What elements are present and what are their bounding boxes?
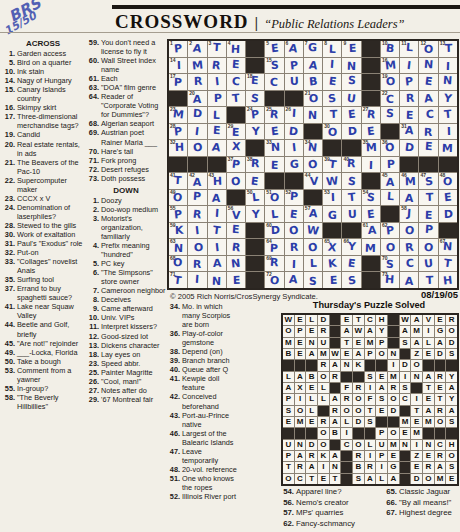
grid-cell[interactable]: 44V	[304, 173, 322, 189]
grid-cell[interactable]: E	[208, 124, 226, 140]
across-label: ACROSS	[2, 39, 84, 48]
cell-letter: E	[437, 316, 442, 324]
grid-cell[interactable]: 2A	[188, 41, 206, 57]
grid-cell[interactable]: 24P	[246, 107, 264, 123]
main-puzzle-grid[interactable]: 1P2A3T4H5E6A7G8L9E10B11L12O13T14IMRE15SP…	[167, 39, 459, 290]
grid-cell[interactable]: O	[188, 140, 206, 156]
grid-cell[interactable]: E	[265, 124, 283, 140]
grid-cell[interactable]: M	[362, 239, 380, 255]
clue-text: "The Simpsons" store owner	[101, 268, 166, 286]
grid-cell[interactable]: 70S	[381, 256, 399, 272]
grid-cell[interactable]: 41T	[169, 173, 187, 189]
grid-cell[interactable]: 6A	[285, 41, 303, 57]
grid-cell[interactable]: I	[208, 239, 226, 255]
grid-cell[interactable]: 20A	[188, 91, 206, 107]
cell-letter: M	[365, 242, 376, 253]
grid-cell[interactable]: A	[400, 272, 418, 288]
grid-cell[interactable]: 51O	[265, 190, 283, 206]
grid-cell[interactable]: 65X	[323, 239, 341, 255]
black-cell	[295, 428, 306, 438]
clue-text: Take a bough	[17, 357, 84, 366]
grid-cell[interactable]: 50L	[246, 190, 264, 206]
grid-cell[interactable]: D	[400, 140, 418, 156]
cell-letter: G	[437, 327, 443, 335]
black-cell	[265, 91, 283, 107]
cell-number: 58	[401, 206, 407, 211]
grid-cell: A	[341, 326, 352, 336]
grid-cell[interactable]: E	[265, 157, 283, 173]
clue-text: You don't need a license to fly it	[101, 38, 166, 56]
cell-letter: M	[390, 441, 397, 449]
cell-letter: U	[348, 208, 357, 219]
grid-cell[interactable]: P	[400, 74, 418, 90]
grid-cell[interactable]: 33N	[265, 140, 283, 156]
grid-cell[interactable]: L	[208, 107, 226, 123]
black-cell	[246, 239, 264, 255]
cell-letter: W	[401, 316, 409, 324]
cell-letter: A	[289, 43, 299, 55]
grid-cell[interactable]: N	[439, 74, 457, 90]
cell-letter: O	[173, 257, 183, 269]
grid-cell: Y	[446, 394, 457, 404]
cell-letter: C	[344, 441, 350, 449]
grid-cell[interactable]: 40R	[342, 157, 360, 173]
black-cell	[169, 157, 187, 173]
grid-cell[interactable]: I	[400, 58, 418, 74]
cell-letter: M	[437, 475, 444, 483]
cell-letter: O	[423, 241, 434, 253]
grid-cell[interactable]: W	[323, 173, 341, 189]
grid-cell[interactable]: D	[342, 124, 360, 140]
black-cell	[400, 474, 411, 484]
grid-cell[interactable]: C	[400, 256, 418, 272]
grid-cell[interactable]: E	[362, 124, 380, 140]
grid-cell[interactable]: G	[285, 157, 303, 173]
grid-cell[interactable]: S	[246, 91, 264, 107]
clue-number: 58.	[2, 393, 15, 411]
grid-cell: E	[295, 315, 306, 325]
grid-cell[interactable]: R	[208, 58, 226, 74]
grid-cell[interactable]: I	[439, 124, 457, 140]
grid-cell: B	[283, 349, 294, 359]
grid-cell[interactable]: P	[285, 58, 303, 74]
cell-letter: E	[426, 395, 431, 403]
grid-cell[interactable]: A	[419, 91, 437, 107]
cell-letter: C	[425, 109, 433, 120]
cell-letter: A	[297, 373, 303, 381]
grid-cell[interactable]: 4H	[227, 41, 245, 57]
grid-cell[interactable]: U	[342, 206, 360, 222]
grid-cell[interactable]: P	[381, 157, 399, 173]
grid-cell[interactable]: A	[208, 190, 226, 206]
grid-cell: E	[446, 474, 457, 484]
grid-cell[interactable]: 23M	[169, 107, 187, 123]
grid-cell: I	[295, 394, 306, 404]
grid-cell[interactable]: E	[419, 206, 437, 222]
grid-cell[interactable]: T	[419, 272, 437, 288]
grid-cell: O	[295, 406, 306, 416]
grid-cell[interactable]: A	[285, 272, 303, 288]
clue-text: Prefix meaning "hundred"	[101, 241, 166, 259]
grid-cell: D	[411, 474, 422, 484]
cell-letter: R	[332, 373, 338, 381]
grid-cell[interactable]: 35M	[362, 140, 380, 156]
grid-cell[interactable]: 25R	[265, 107, 283, 123]
grid-cell[interactable]: C	[419, 107, 437, 123]
grid-cell[interactable]: S	[342, 173, 360, 189]
clue-text: Each	[101, 74, 166, 83]
grid-cell[interactable]: N	[304, 107, 322, 123]
grid-cell[interactable]: B	[304, 74, 322, 90]
grid-cell[interactable]: 58J	[400, 206, 418, 222]
grid-cell[interactable]: T	[342, 190, 360, 206]
grid-cell[interactable]: 49O	[169, 190, 187, 206]
cell-letter: P	[174, 77, 182, 88]
clue-text: "Collages" novelist Anais	[17, 257, 84, 275]
grid-cell[interactable]: 18E	[246, 74, 264, 90]
puzzle-date: 08/19/05	[421, 289, 458, 300]
grid-cell[interactable]: E	[285, 206, 303, 222]
grid-cell[interactable]: 63N	[169, 239, 187, 255]
grid-cell[interactable]: 26I	[285, 107, 303, 123]
grid-cell[interactable]: 34N	[304, 140, 322, 156]
grid-cell[interactable]: K	[323, 256, 341, 272]
grid-cell[interactable]: E	[246, 173, 264, 189]
grid-cell[interactable]: 31A	[400, 124, 418, 140]
grid-cell[interactable]: R	[400, 239, 418, 255]
grid-cell[interactable]: N	[419, 58, 437, 74]
grid-cell[interactable]: S	[381, 107, 399, 123]
clue-text: Kewpie doll feature	[182, 374, 237, 392]
grid-cell: O	[388, 394, 399, 404]
grid-cell: M	[388, 440, 399, 450]
grid-cell[interactable]: T	[208, 223, 226, 239]
grid-cell[interactable]: T	[439, 256, 457, 272]
cell-letter: O	[355, 441, 361, 449]
grid-cell[interactable]: S	[342, 74, 360, 90]
grid-cell[interactable]: 64P	[265, 239, 283, 255]
grid-cell[interactable]: T	[227, 91, 245, 107]
grid-cell[interactable]: I	[188, 272, 206, 288]
cell-letter: I	[214, 207, 219, 218]
grid-cell[interactable]: O	[304, 157, 322, 173]
grid-cell[interactable]: E	[362, 206, 380, 222]
clue-text: Highest degree	[399, 508, 460, 519]
grid-cell[interactable]: N	[227, 256, 245, 272]
clue-number: 72.	[86, 165, 99, 174]
cell-letter: E	[232, 127, 240, 138]
grid-cell[interactable]: 57A	[304, 206, 322, 222]
grid-cell[interactable]: I	[208, 206, 226, 222]
clue-text: "DOA" film genre	[101, 83, 166, 92]
grid-cell: N	[295, 440, 306, 450]
top-rule	[112, 5, 460, 9]
cell-letter: W	[326, 175, 339, 187]
grid-cell[interactable]: W	[304, 223, 322, 239]
grid-cell[interactable]: A	[208, 140, 226, 156]
grid-cell[interactable]: 30O	[323, 124, 341, 140]
grid-cell: D	[446, 338, 457, 348]
grid-cell: U	[318, 338, 329, 348]
grid-cell[interactable]: L	[304, 256, 322, 272]
grid-cell[interactable]: Y	[439, 91, 457, 107]
grid-cell[interactable]: S	[304, 272, 322, 288]
grid-cell[interactable]: 36O	[381, 140, 399, 156]
cell-letter: R	[251, 158, 260, 170]
grid-cell[interactable]: 61A	[362, 223, 380, 239]
grid-cell[interactable]: I	[188, 223, 206, 239]
clue-number: 46.	[167, 429, 180, 447]
grid-cell[interactable]: R	[188, 206, 206, 222]
grid-cell[interactable]: O	[227, 173, 245, 189]
grid-cell[interactable]: 66Y	[342, 239, 360, 255]
grid-cell[interactable]: T	[323, 107, 341, 123]
cell-letter: A	[405, 276, 414, 287]
grid-cell[interactable]: 69R	[265, 256, 283, 272]
grid-cell[interactable]: E	[400, 107, 418, 123]
grid-cell[interactable]: D	[285, 124, 303, 140]
grid-cell[interactable]: E	[342, 107, 360, 123]
grid-cell[interactable]: O	[188, 239, 206, 255]
cell-letter: N	[443, 240, 453, 252]
grid-cell[interactable]: 43H	[208, 173, 226, 189]
grid-cell[interactable]: 53I	[323, 190, 341, 206]
black-cell	[246, 256, 264, 272]
grid-cell[interactable]: 13T	[439, 41, 457, 57]
grid-cell[interactable]: O	[400, 223, 418, 239]
grid-cell[interactable]: 46M	[400, 173, 418, 189]
grid-cell[interactable]: X	[227, 140, 245, 156]
grid-cell[interactable]: Y	[246, 206, 264, 222]
grid-cell[interactable]: I	[439, 58, 457, 74]
grid-cell[interactable]: 27R	[362, 107, 380, 123]
grid-cell: P	[283, 394, 294, 404]
grid-cell[interactable]: 60D	[265, 223, 283, 239]
grid-cell: H	[376, 315, 387, 325]
grid-cell[interactable]: U	[342, 91, 360, 107]
grid-cell: L	[306, 406, 317, 416]
grid-cell[interactable]: C	[265, 74, 283, 90]
clue-item: 9.Came afterward	[86, 304, 166, 313]
grid-cell[interactable]: P	[188, 190, 206, 206]
grid-cell[interactable]: R	[285, 239, 303, 255]
grid-cell[interactable]: D	[188, 107, 206, 123]
grid-cell[interactable]: R	[188, 256, 206, 272]
grid-cell[interactable]: T	[419, 190, 437, 206]
cell-letter: E	[444, 192, 453, 204]
clue-text: One who knows the ropes	[182, 474, 237, 492]
grid-cell[interactable]: 19O	[381, 74, 399, 90]
grid-cell: A	[295, 451, 306, 461]
cell-letter: I	[195, 126, 200, 137]
solved-puzzle-grid: WELDETCHWAVEROPERAWAYAMIGOMENUTEMPSALADB…	[281, 313, 459, 486]
grid-cell[interactable]: R	[400, 91, 418, 107]
grid-cell[interactable]: 72O	[265, 272, 283, 288]
grid-cell[interactable]: 71T	[169, 272, 187, 288]
grid-cell[interactable]: I	[362, 157, 380, 173]
black-cell	[323, 223, 341, 239]
grid-cell[interactable]: 28P	[169, 124, 187, 140]
clue-item: 12.Good-sized lot	[86, 332, 166, 341]
grid-cell[interactable]: O	[285, 223, 303, 239]
grid-cell[interactable]: 29E	[227, 124, 245, 140]
grid-cell[interactable]: M	[188, 58, 206, 74]
grid-cell[interactable]: 21O	[304, 91, 322, 107]
grid-cell[interactable]: E	[439, 190, 457, 206]
grid-cell[interactable]: I	[285, 140, 303, 156]
cell-letter: S	[386, 259, 394, 270]
grid-cell[interactable]: 37P	[227, 157, 245, 173]
cell-letter: A	[405, 193, 414, 204]
grid-cell[interactable]: 1P	[169, 41, 187, 57]
grid-cell[interactable]: 14I	[169, 58, 187, 74]
clue-text: Queue after Q	[182, 365, 237, 374]
grid-cell[interactable]: R	[419, 124, 437, 140]
grid-cell[interactable]: 11L	[400, 41, 418, 57]
grid-cell[interactable]: 39T	[323, 157, 341, 173]
clue-text: Nemo's creator	[296, 498, 383, 509]
clue-item: 32.Put-on	[2, 248, 84, 257]
grid-cell[interactable]: E	[227, 272, 245, 288]
grid-cell[interactable]: E	[419, 74, 437, 90]
grid-cell[interactable]: 8L	[323, 41, 341, 57]
cell-letter: H	[174, 142, 184, 153]
grid-cell[interactable]: O	[419, 239, 437, 255]
grid-cell[interactable]: 15S	[265, 58, 283, 74]
grid-cell[interactable]: 10B	[381, 41, 399, 57]
grid-cell[interactable]: O	[304, 239, 322, 255]
cell-number: 14	[170, 58, 176, 63]
black-cell	[265, 173, 283, 189]
grid-cell[interactable]: P	[208, 91, 226, 107]
grid-cell[interactable]: S	[342, 272, 360, 288]
grid-cell[interactable]: E	[323, 272, 341, 288]
grid-cell[interactable]: U	[419, 256, 437, 272]
cell-letter: S	[347, 274, 356, 286]
cell-letter: R	[194, 76, 203, 87]
grid-cell[interactable]: 16M	[381, 58, 399, 74]
grid-cell[interactable]: A	[208, 256, 226, 272]
cell-letter: M	[425, 418, 432, 426]
cell-letter: T	[333, 475, 338, 483]
grid-cell[interactable]: H	[439, 272, 457, 288]
grid-cell: H	[446, 440, 457, 450]
grid-cell[interactable]: E	[419, 140, 437, 156]
grid-cell[interactable]: 38R	[246, 157, 264, 173]
grid-cell: O	[341, 406, 352, 416]
grid-cell[interactable]: I	[285, 256, 303, 272]
grid-cell[interactable]: R	[227, 239, 245, 255]
grid-cell[interactable]: 42A	[188, 173, 206, 189]
grid-cell: R	[318, 326, 329, 336]
grid-cell[interactable]: 17P	[169, 74, 187, 90]
grid-cell[interactable]: N	[208, 272, 226, 288]
clue-number: 19.	[2, 130, 15, 139]
grid-cell[interactable]: 54S	[362, 190, 380, 206]
grid-cell[interactable]: I	[208, 74, 226, 90]
grid-cell[interactable]: A	[400, 190, 418, 206]
grid-cell[interactable]: 32H	[169, 140, 187, 156]
grid-cell[interactable]: E	[323, 74, 341, 90]
grid-cell: O	[435, 417, 446, 427]
grid-cell[interactable]: G	[323, 206, 341, 222]
grid-cell[interactable]: A	[304, 58, 322, 74]
clue-text: 20-vol. reference	[182, 465, 237, 474]
cell-letter: D	[414, 475, 420, 483]
grid-cell[interactable]: E	[227, 223, 245, 239]
grid-cell[interactable]: I	[188, 124, 206, 140]
cell-letter: E	[366, 126, 375, 138]
black-cell	[439, 157, 457, 173]
black-cell	[169, 91, 187, 107]
grid-cell[interactable]: 7G	[304, 41, 322, 57]
grid-cell: B	[353, 462, 364, 472]
grid-cell[interactable]: 52P	[285, 190, 303, 206]
clue-text: Interpret kissers?	[101, 322, 166, 331]
grid-cell[interactable]: O	[381, 239, 399, 255]
grid-cell[interactable]: 47S	[419, 173, 437, 189]
grid-cell[interactable]: L	[265, 206, 283, 222]
grid-cell[interactable]: I	[323, 58, 341, 74]
grid-cell: A	[295, 372, 306, 382]
grid-cell[interactable]: 45A	[381, 173, 399, 189]
black-cell	[435, 428, 446, 438]
grid-cell[interactable]: T	[439, 107, 457, 123]
grid-cell[interactable]: R	[188, 74, 206, 90]
grid-cell[interactable]: E	[342, 256, 360, 272]
grid-cell[interactable]: 68O	[169, 256, 187, 272]
grid-cell[interactable]: 55P	[169, 206, 187, 222]
cell-letter: A	[285, 384, 291, 392]
clue-number: 4.	[86, 241, 99, 259]
grid-cell[interactable]: P	[419, 223, 437, 239]
grid-cell[interactable]: 62P	[381, 223, 399, 239]
grid-cell[interactable]: D	[439, 206, 457, 222]
grid-cell[interactable]: S	[323, 91, 341, 107]
cell-letter: E	[270, 126, 279, 138]
cell-letter: N	[347, 61, 357, 72]
grid-cell[interactable]: 22C	[381, 91, 399, 107]
cell-letter: E	[449, 475, 454, 483]
grid-cell[interactable]: 56V	[227, 206, 245, 222]
grid-cell[interactable]: Y	[246, 124, 264, 140]
cell-letter: P	[270, 243, 278, 254]
grid-cell[interactable]: 59K	[169, 223, 187, 239]
clue-item: 23.Speed abbr.	[86, 359, 166, 368]
grid-cell[interactable]: 5E	[265, 41, 283, 57]
cell-letter: S	[449, 463, 454, 471]
grid-cell[interactable]: 3T	[208, 41, 226, 57]
grid-cell: S	[400, 383, 411, 393]
grid-cell[interactable]: 73H	[381, 272, 399, 288]
grid-cell[interactable]: 67N	[439, 239, 457, 255]
grid-cell[interactable]: C	[227, 74, 245, 90]
grid-cell[interactable]: N	[342, 58, 360, 74]
clue-number: 13.	[86, 341, 99, 350]
grid-cell[interactable]: M	[439, 140, 457, 156]
black-cell	[400, 406, 411, 416]
black-cell	[353, 428, 364, 438]
grid-cell[interactable]: E	[227, 58, 245, 74]
black-cell	[446, 428, 457, 438]
grid-cell[interactable]: 9E	[342, 41, 360, 57]
grid-cell[interactable]: L	[381, 190, 399, 206]
grid-cell[interactable]: 12O	[419, 41, 437, 57]
clue-item: 63."DOA" film genre	[86, 83, 166, 92]
grid-cell[interactable]: 48O	[439, 173, 457, 189]
grid-cell[interactable]: U	[285, 74, 303, 90]
black-cell	[362, 91, 380, 107]
